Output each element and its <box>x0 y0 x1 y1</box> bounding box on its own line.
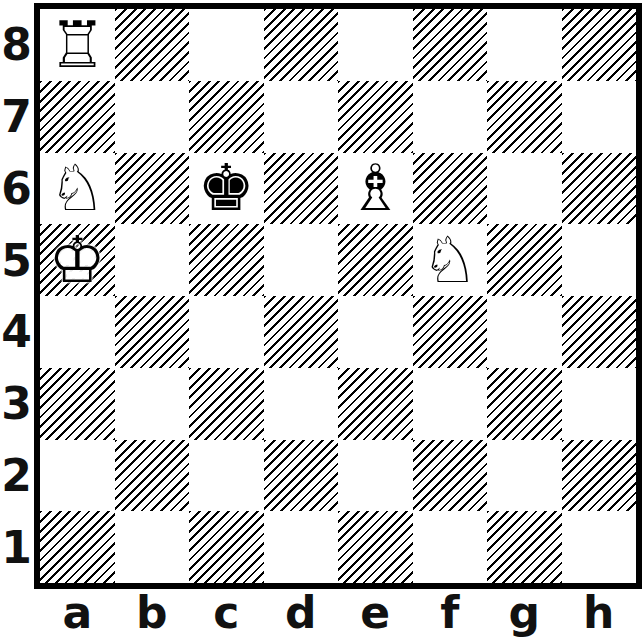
piece-white-knight[interactable]: ♞♘ <box>40 153 115 225</box>
file-label-b: b <box>115 586 190 638</box>
square-f3[interactable] <box>413 368 488 440</box>
square-h2[interactable] <box>562 440 637 512</box>
piece-glyph: ♘ <box>49 156 106 220</box>
square-f6[interactable] <box>413 153 488 225</box>
square-c1[interactable] <box>189 511 264 583</box>
square-b6[interactable] <box>115 153 190 225</box>
square-c6[interactable]: ♚ <box>189 153 264 225</box>
square-d7[interactable] <box>264 81 339 153</box>
square-a5[interactable]: ♚♔ <box>40 224 115 296</box>
square-b5[interactable] <box>115 224 190 296</box>
chess-board: ♜♖♞♘♚♝♗♚♔♞♘ <box>34 3 642 589</box>
piece-black-king[interactable]: ♚ <box>189 153 264 225</box>
square-h6[interactable] <box>562 153 637 225</box>
piece-glyph: ♘ <box>421 228 478 292</box>
rank-label-3: 3 <box>0 368 33 440</box>
rank-label-6: 6 <box>0 153 33 225</box>
square-e6[interactable]: ♝♗ <box>338 153 413 225</box>
square-d6[interactable] <box>264 153 339 225</box>
piece-glyph: ♖ <box>49 13 106 77</box>
piece-glyph: ♔ <box>49 228 106 292</box>
square-b3[interactable] <box>115 368 190 440</box>
square-a3[interactable] <box>40 368 115 440</box>
file-labels: abcdefgh <box>40 586 636 638</box>
square-f7[interactable] <box>413 81 488 153</box>
square-b8[interactable] <box>115 9 190 81</box>
rank-label-7: 7 <box>0 81 33 153</box>
square-e3[interactable] <box>338 368 413 440</box>
square-e5[interactable] <box>338 224 413 296</box>
square-c4[interactable] <box>189 296 264 368</box>
square-c2[interactable] <box>189 440 264 512</box>
piece-white-king[interactable]: ♚♔ <box>40 224 115 296</box>
square-f4[interactable] <box>413 296 488 368</box>
square-g8[interactable] <box>487 9 562 81</box>
square-a4[interactable] <box>40 296 115 368</box>
piece-white-bishop[interactable]: ♝♗ <box>338 153 413 225</box>
file-label-a: a <box>40 586 115 638</box>
square-d5[interactable] <box>264 224 339 296</box>
square-f8[interactable] <box>413 9 488 81</box>
square-d3[interactable] <box>264 368 339 440</box>
square-b1[interactable] <box>115 511 190 583</box>
square-f5[interactable]: ♞♘ <box>413 224 488 296</box>
square-g2[interactable] <box>487 440 562 512</box>
file-label-f: f <box>413 586 488 638</box>
rank-label-1: 1 <box>0 511 33 583</box>
rank-label-8: 8 <box>0 9 33 81</box>
square-a7[interactable] <box>40 81 115 153</box>
square-e7[interactable] <box>338 81 413 153</box>
square-c3[interactable] <box>189 368 264 440</box>
square-e8[interactable] <box>338 9 413 81</box>
square-b4[interactable] <box>115 296 190 368</box>
file-label-h: h <box>562 586 637 638</box>
square-d1[interactable] <box>264 511 339 583</box>
square-a6[interactable]: ♞♘ <box>40 153 115 225</box>
piece-white-knight[interactable]: ♞♘ <box>413 224 488 296</box>
rank-label-2: 2 <box>0 440 33 512</box>
square-g1[interactable] <box>487 511 562 583</box>
square-a8[interactable]: ♜♖ <box>40 9 115 81</box>
file-label-e: e <box>338 586 413 638</box>
rank-labels: 87654321 <box>0 9 33 583</box>
square-d4[interactable] <box>264 296 339 368</box>
square-h7[interactable] <box>562 81 637 153</box>
square-h4[interactable] <box>562 296 637 368</box>
file-label-c: c <box>189 586 264 638</box>
square-g4[interactable] <box>487 296 562 368</box>
piece-glyph: ♚ <box>198 156 255 220</box>
square-c7[interactable] <box>189 81 264 153</box>
square-a1[interactable] <box>40 511 115 583</box>
square-d2[interactable] <box>264 440 339 512</box>
square-a2[interactable] <box>40 440 115 512</box>
square-h5[interactable] <box>562 224 637 296</box>
square-f2[interactable] <box>413 440 488 512</box>
chess-diagram-page: 87654321 ♜♖♞♘♚♝♗♚♔♞♘ abcdefgh <box>0 0 644 639</box>
square-g7[interactable] <box>487 81 562 153</box>
file-label-g: g <box>487 586 562 638</box>
square-c8[interactable] <box>189 9 264 81</box>
square-b2[interactable] <box>115 440 190 512</box>
file-label-d: d <box>264 586 339 638</box>
square-f1[interactable] <box>413 511 488 583</box>
square-c5[interactable] <box>189 224 264 296</box>
square-h8[interactable] <box>562 9 637 81</box>
square-g6[interactable] <box>487 153 562 225</box>
square-e4[interactable] <box>338 296 413 368</box>
square-e1[interactable] <box>338 511 413 583</box>
rank-label-5: 5 <box>0 224 33 296</box>
square-g3[interactable] <box>487 368 562 440</box>
square-h3[interactable] <box>562 368 637 440</box>
piece-white-rook[interactable]: ♜♖ <box>40 9 115 81</box>
square-h1[interactable] <box>562 511 637 583</box>
square-d8[interactable] <box>264 9 339 81</box>
piece-glyph: ♗ <box>347 156 404 220</box>
square-b7[interactable] <box>115 81 190 153</box>
square-e2[interactable] <box>338 440 413 512</box>
square-g5[interactable] <box>487 224 562 296</box>
rank-label-4: 4 <box>0 296 33 368</box>
